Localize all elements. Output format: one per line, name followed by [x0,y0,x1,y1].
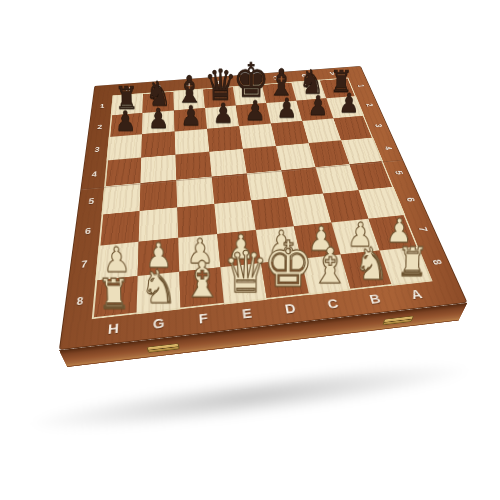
square-c2[interactable]: ♟ [266,101,302,124]
square-h2[interactable]: ♟ [109,113,143,137]
rank-label-left-4: 4 [81,161,106,189]
square-e8[interactable]: ♛ [220,263,266,304]
square-d3[interactable] [239,124,276,149]
square-e2[interactable]: ♟ [205,106,239,129]
square-g5[interactable] [140,180,178,211]
square-h4[interactable] [104,158,141,187]
piece-dark-pawn-a2[interactable]: ♟ [338,90,359,115]
rank-label-left-7: 7 [69,246,99,283]
square-d4[interactable] [243,146,282,173]
square-d2[interactable]: ♟ [236,103,271,126]
file-label-bottom-h: H [90,314,137,343]
square-b2[interactable]: ♟ [296,98,333,121]
piece-light-bishop-c8[interactable]: ♝ [310,244,350,290]
square-d5[interactable] [247,170,288,200]
square-f8[interactable]: ♝ [179,267,224,309]
piece-light-rook-h8[interactable]: ♜ [96,275,131,314]
piece-light-rook-a8[interactable]: ♜ [396,243,429,281]
brass-hinge-left [147,343,180,353]
square-h5[interactable] [102,183,141,215]
square-f2[interactable]: ♟ [174,108,207,132]
piece-dark-pawn-f2[interactable]: ♟ [180,103,202,129]
square-g4[interactable] [140,155,176,183]
piece-dark-pawn-g2[interactable]: ♟ [147,105,169,131]
rank-label-right-3: 3 [360,118,397,134]
rank-label-left-1: 1 [91,96,113,117]
square-f5[interactable] [176,177,214,208]
piece-light-queen-e8[interactable]: ♛ [222,245,268,299]
file-label-bottom-a: A [392,281,441,307]
brass-hinge-right [382,316,414,326]
file-label-bottom-e: E [224,300,270,327]
square-h8[interactable]: ♜ [92,276,138,319]
square-e5[interactable] [212,173,251,203]
photo-canvas: HGFEDCBA1♜♞♝♛♚♝♞♜12♟♟♟♟♟♟♟♟2334455667♟♟♟… [0,0,500,500]
square-g8[interactable]: ♞ [136,272,180,315]
piece-dark-pawn-d2[interactable]: ♟ [244,98,265,124]
piece-light-king-d8[interactable]: ♚ [263,235,314,295]
square-b5[interactable] [316,164,359,193]
piece-dark-pawn-h2[interactable]: ♟ [114,108,136,134]
piece-dark-pawn-e2[interactable]: ♟ [212,100,233,126]
square-f3[interactable] [175,129,210,155]
rank-label-left-3: 3 [85,137,109,162]
file-label-bottom-d: D [267,295,314,322]
square-a2[interactable]: ♟ [326,96,364,118]
file-label-bottom-b: B [351,286,400,312]
board-scene: HGFEDCBA1♜♞♝♛♚♝♞♜12♟♟♟♟♟♟♟♟2334455667♟♟♟… [0,0,500,500]
board-grid: HGFEDCBA1♜♞♝♛♚♝♞♜12♟♟♟♟♟♟♟♟2334455667♟♟♟… [60,66,466,349]
square-h3[interactable] [107,134,142,160]
rank-label-left-8: 8 [64,281,96,323]
file-label-bottom-c: C [309,290,357,317]
rank-label-right-6: 6 [389,189,432,210]
piece-light-knight-g8[interactable]: ♞ [139,266,177,309]
square-e3[interactable] [207,126,243,151]
piece-dark-pawn-c2[interactable]: ♟ [276,95,297,121]
rank-label-left-2: 2 [88,115,111,138]
piece-dark-pawn-b2[interactable]: ♟ [307,93,328,119]
file-label-bottom-g: G [136,309,182,337]
square-b4[interactable] [309,140,350,167]
rank-label-left-5: 5 [78,186,105,217]
board-top-face: HGFEDCBA1♜♞♝♛♚♝♞♜12♟♟♟♟♟♟♟♟2334455667♟♟♟… [59,66,468,350]
square-f4[interactable] [175,152,211,180]
rank-label-left-6: 6 [73,215,101,249]
square-c5[interactable] [281,167,323,197]
square-e4[interactable] [209,149,246,177]
square-c3[interactable] [271,121,309,146]
piece-light-bishop-f8[interactable]: ♝ [182,257,222,304]
piece-light-knight-b8[interactable]: ♞ [353,244,390,286]
chess-board: HGFEDCBA1♜♞♝♛♚♝♞♜12♟♟♟♟♟♟♟♟2334455667♟♟♟… [59,66,468,350]
frame-corner [60,319,91,346]
square-g2[interactable]: ♟ [142,110,175,134]
square-g3[interactable] [141,132,175,158]
file-label-bottom-f: F [181,304,227,332]
rank-label-right-5: 5 [378,163,419,182]
rank-label-right-4: 4 [369,139,408,156]
